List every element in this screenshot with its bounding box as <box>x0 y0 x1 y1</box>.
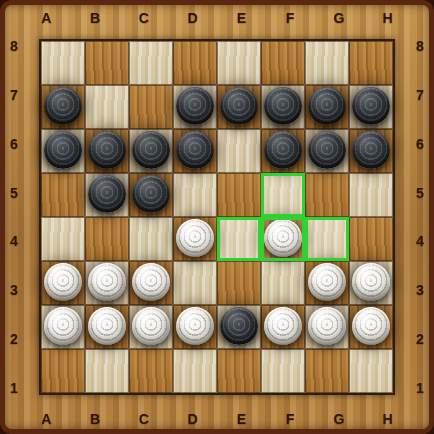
square-H6[interactable] <box>349 129 393 173</box>
square-E7[interactable] <box>217 85 261 129</box>
file-label-A: A <box>41 10 51 26</box>
square-D3[interactable] <box>173 261 217 305</box>
rank-label-7: 7 <box>416 87 424 103</box>
square-C8[interactable] <box>129 41 173 85</box>
checker-white-G2[interactable] <box>308 307 346 345</box>
checker-black-C6[interactable] <box>132 131 170 169</box>
checker-black-C5[interactable] <box>132 175 170 213</box>
square-G1[interactable] <box>305 349 349 393</box>
checker-black-H6[interactable] <box>352 131 390 169</box>
rank-label-1: 1 <box>416 380 424 396</box>
checker-black-A6[interactable] <box>44 131 82 169</box>
file-label-E: E <box>237 411 246 427</box>
square-E8[interactable] <box>217 41 261 85</box>
square-E3[interactable] <box>217 261 261 305</box>
square-B5[interactable] <box>85 173 129 217</box>
square-H5[interactable] <box>349 173 393 217</box>
square-C5[interactable] <box>129 173 173 217</box>
rank-label-2: 2 <box>10 331 18 347</box>
square-G4[interactable] <box>305 217 349 261</box>
checkers-app-window: ABCDEFGH ABCDEFGH 87654321 87654321 <box>0 0 434 434</box>
board <box>39 39 395 395</box>
square-G7[interactable] <box>305 85 349 129</box>
file-label-D: D <box>188 10 198 26</box>
square-G3[interactable] <box>305 261 349 305</box>
square-F6[interactable] <box>261 129 305 173</box>
square-A7[interactable] <box>41 85 85 129</box>
checker-white-D2[interactable] <box>176 307 214 345</box>
square-C2[interactable] <box>129 305 173 349</box>
checker-black-G6[interactable] <box>308 131 346 169</box>
file-label-H: H <box>383 411 393 427</box>
square-E1[interactable] <box>217 349 261 393</box>
square-D2[interactable] <box>173 305 217 349</box>
rank-label-8: 8 <box>416 38 424 54</box>
square-D8[interactable] <box>173 41 217 85</box>
square-G2[interactable] <box>305 305 349 349</box>
square-C7[interactable] <box>129 85 173 129</box>
square-B1[interactable] <box>85 349 129 393</box>
square-C3[interactable] <box>129 261 173 305</box>
square-G5[interactable] <box>305 173 349 217</box>
square-B3[interactable] <box>85 261 129 305</box>
square-A6[interactable] <box>41 129 85 173</box>
rank-label-7: 7 <box>10 87 18 103</box>
square-F7[interactable] <box>261 85 305 129</box>
checker-black-E7[interactable] <box>220 87 258 125</box>
square-B2[interactable] <box>85 305 129 349</box>
rank-label-3: 3 <box>10 282 18 298</box>
square-H7[interactable] <box>349 85 393 129</box>
checker-white-B3[interactable] <box>88 263 126 301</box>
rank-label-1: 1 <box>10 380 18 396</box>
square-B4[interactable] <box>85 217 129 261</box>
rank-label-4: 4 <box>416 233 424 249</box>
checker-white-H2[interactable] <box>352 307 390 345</box>
rank-label-5: 5 <box>10 185 18 201</box>
square-F5[interactable] <box>261 173 305 217</box>
rank-labels-right: 87654321 <box>406 22 434 412</box>
checker-black-H7[interactable] <box>352 87 390 125</box>
rank-label-5: 5 <box>416 185 424 201</box>
checker-black-E2[interactable] <box>220 307 258 345</box>
checker-white-G3[interactable] <box>308 263 346 301</box>
file-label-G: G <box>333 10 344 26</box>
square-C1[interactable] <box>129 349 173 393</box>
file-label-C: C <box>139 10 149 26</box>
file-label-B: B <box>90 411 100 427</box>
square-H4[interactable] <box>349 217 393 261</box>
square-F2[interactable] <box>261 305 305 349</box>
file-label-C: C <box>139 411 149 427</box>
rank-label-4: 4 <box>10 233 18 249</box>
square-A2[interactable] <box>41 305 85 349</box>
square-D6[interactable] <box>173 129 217 173</box>
square-C4[interactable] <box>129 217 173 261</box>
file-label-F: F <box>286 411 295 427</box>
checker-black-F6[interactable] <box>264 131 302 169</box>
checker-white-C3[interactable] <box>132 263 170 301</box>
square-D4[interactable] <box>173 217 217 261</box>
checker-black-D6[interactable] <box>176 131 214 169</box>
square-B6[interactable] <box>85 129 129 173</box>
file-labels-bottom: ABCDEFGH <box>22 405 412 433</box>
checker-black-D7[interactable] <box>176 87 214 125</box>
square-B7[interactable] <box>85 85 129 129</box>
checker-black-G7[interactable] <box>308 87 346 125</box>
checker-white-C2[interactable] <box>132 307 170 345</box>
checker-white-F2[interactable] <box>264 307 302 345</box>
file-label-A: A <box>41 411 51 427</box>
square-F4[interactable] <box>261 217 305 261</box>
square-E5[interactable] <box>217 173 261 217</box>
file-label-B: B <box>90 10 100 26</box>
rank-label-3: 3 <box>416 282 424 298</box>
checker-white-A2[interactable] <box>44 307 82 345</box>
square-H3[interactable] <box>349 261 393 305</box>
file-label-H: H <box>383 10 393 26</box>
square-F3[interactable] <box>261 261 305 305</box>
rank-label-2: 2 <box>416 331 424 347</box>
checker-white-F4[interactable] <box>264 219 302 257</box>
file-label-D: D <box>188 411 198 427</box>
square-C6[interactable] <box>129 129 173 173</box>
square-E4[interactable] <box>217 217 261 261</box>
checker-black-A7[interactable] <box>44 87 82 125</box>
square-A5[interactable] <box>41 173 85 217</box>
square-E6[interactable] <box>217 129 261 173</box>
file-label-E: E <box>237 10 246 26</box>
square-G8[interactable] <box>305 41 349 85</box>
checker-white-H3[interactable] <box>352 263 390 301</box>
rank-labels-left: 87654321 <box>0 22 28 412</box>
square-A1[interactable] <box>41 349 85 393</box>
rank-label-6: 6 <box>10 136 18 152</box>
square-F8[interactable] <box>261 41 305 85</box>
checker-black-B5[interactable] <box>88 175 126 213</box>
file-labels-top: ABCDEFGH <box>22 4 412 32</box>
square-H2[interactable] <box>349 305 393 349</box>
square-H8[interactable] <box>349 41 393 85</box>
square-D7[interactable] <box>173 85 217 129</box>
checker-white-B2[interactable] <box>88 307 126 345</box>
rank-label-8: 8 <box>10 38 18 54</box>
checker-black-B6[interactable] <box>88 131 126 169</box>
rank-label-6: 6 <box>416 136 424 152</box>
checker-white-D4[interactable] <box>176 219 214 257</box>
square-G6[interactable] <box>305 129 349 173</box>
square-A3[interactable] <box>41 261 85 305</box>
square-E2[interactable] <box>217 305 261 349</box>
file-label-F: F <box>286 10 295 26</box>
square-D5[interactable] <box>173 173 217 217</box>
file-label-G: G <box>333 411 344 427</box>
square-D1[interactable] <box>173 349 217 393</box>
square-H1[interactable] <box>349 349 393 393</box>
square-A4[interactable] <box>41 217 85 261</box>
square-B8[interactable] <box>85 41 129 85</box>
checker-white-A3[interactable] <box>44 263 82 301</box>
square-F1[interactable] <box>261 349 305 393</box>
square-A8[interactable] <box>41 41 85 85</box>
checker-black-F7[interactable] <box>264 87 302 125</box>
